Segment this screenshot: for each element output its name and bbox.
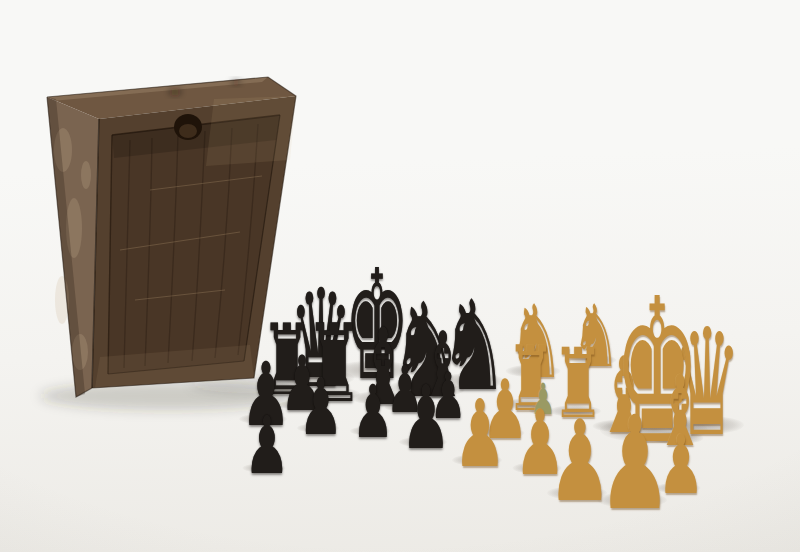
pieces-layer: ♛♚♜♜♝♝♞♞♟♟♟♟♟♟♟♟♚♛♜♜♝♝♞♞♟♟♟♟♟♟♟ — [0, 0, 800, 552]
chess-set-photo: ♛♚♜♜♝♝♞♞♟♟♟♟♟♟♟♟♚♛♜♜♝♝♞♞♟♟♟♟♟♟♟ — [0, 0, 800, 552]
black-pawn-9: ♟ — [244, 406, 290, 486]
white-pawn-13: ♟ — [598, 399, 672, 528]
black-pawn-11: ♟ — [299, 368, 344, 446]
black-pawn-14: ♟ — [401, 374, 451, 462]
white-pawn-9: ♟ — [453, 388, 506, 481]
black-pawn-12: ♟ — [352, 375, 394, 448]
